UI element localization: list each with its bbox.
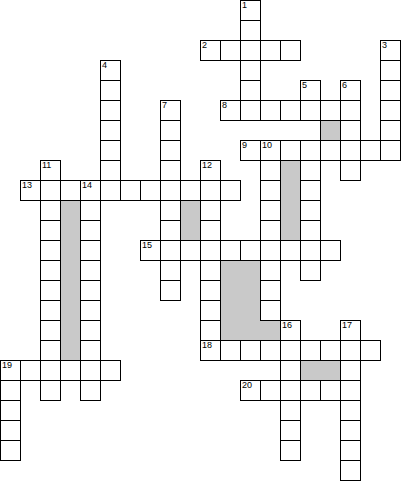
grid-cell[interactable] xyxy=(380,40,401,61)
grid-cell[interactable] xyxy=(280,100,301,121)
grid-cell[interactable] xyxy=(160,160,181,181)
grid-cell[interactable] xyxy=(120,180,141,201)
grid-cell[interactable] xyxy=(200,320,221,341)
grid-cell[interactable] xyxy=(320,140,341,161)
grid-cell[interactable] xyxy=(380,60,401,81)
grid-cell[interactable] xyxy=(300,340,321,361)
grid-cell[interactable] xyxy=(60,180,81,201)
grid-cell[interactable] xyxy=(300,240,321,261)
grid-cell[interactable] xyxy=(200,240,221,261)
grid-cell[interactable] xyxy=(240,100,261,121)
grid-cell[interactable] xyxy=(160,120,181,141)
grid-cell[interactable] xyxy=(260,280,281,301)
grid-cell[interactable] xyxy=(180,180,201,201)
grid-cell[interactable] xyxy=(160,240,181,261)
grid-cell[interactable] xyxy=(220,180,241,201)
shaded-region xyxy=(221,321,280,340)
grid-cell[interactable] xyxy=(340,400,361,421)
grid-cell[interactable] xyxy=(280,40,301,61)
grid-cell[interactable] xyxy=(0,440,21,461)
grid-cell[interactable] xyxy=(200,180,221,201)
grid-cell[interactable] xyxy=(100,80,121,101)
grid-cell[interactable] xyxy=(260,180,281,201)
grid-cell[interactable] xyxy=(80,200,101,221)
grid-cell[interactable] xyxy=(160,260,181,281)
grid-cell[interactable] xyxy=(80,380,101,401)
grid-cell[interactable] xyxy=(260,340,281,361)
grid-cell[interactable] xyxy=(300,140,321,161)
grid-cell[interactable] xyxy=(100,100,121,121)
grid-cell[interactable] xyxy=(140,180,161,201)
grid-cell[interactable] xyxy=(40,160,61,181)
grid-cell[interactable] xyxy=(300,80,321,101)
grid-cell[interactable] xyxy=(0,400,21,421)
grid-cell[interactable] xyxy=(260,260,281,281)
grid-cell[interactable] xyxy=(60,360,81,381)
grid-cell[interactable] xyxy=(200,220,221,241)
grid-cell[interactable] xyxy=(380,80,401,101)
grid-cell[interactable] xyxy=(320,100,341,121)
grid-cell[interactable] xyxy=(100,120,121,141)
grid-cell[interactable] xyxy=(220,40,241,61)
grid-cell[interactable] xyxy=(360,140,381,161)
grid-cell[interactable] xyxy=(80,260,101,281)
grid-cell[interactable] xyxy=(340,440,361,461)
crossword-board: 1234567891011121314151617181920 xyxy=(0,0,401,481)
grid-cell[interactable] xyxy=(300,160,321,181)
grid-cell[interactable] xyxy=(200,300,221,321)
grid-cell[interactable] xyxy=(240,340,261,361)
grid-cell[interactable] xyxy=(40,220,61,241)
grid-cell[interactable] xyxy=(260,220,281,241)
grid-cell[interactable] xyxy=(80,280,101,301)
grid-cell[interactable] xyxy=(220,240,241,261)
grid-cell[interactable] xyxy=(40,380,61,401)
shaded-region xyxy=(281,161,300,240)
shaded-region xyxy=(321,121,340,140)
grid-cell[interactable] xyxy=(240,80,261,101)
grid-cell[interactable] xyxy=(80,320,101,341)
grid-cell[interactable] xyxy=(160,220,181,241)
grid-cell[interactable] xyxy=(100,60,121,81)
grid-cell[interactable] xyxy=(240,380,261,401)
grid-cell[interactable] xyxy=(260,160,281,181)
grid-cell[interactable] xyxy=(340,340,361,361)
grid-cell[interactable] xyxy=(40,340,61,361)
grid-cell[interactable] xyxy=(40,280,61,301)
grid-cell[interactable] xyxy=(320,380,341,401)
grid-cell[interactable] xyxy=(160,200,181,221)
grid-cell[interactable] xyxy=(340,460,361,481)
grid-cell[interactable] xyxy=(20,180,41,201)
grid-cell[interactable] xyxy=(280,360,301,381)
grid-cell[interactable] xyxy=(80,360,101,381)
grid-cell[interactable] xyxy=(280,440,301,461)
grid-cell[interactable] xyxy=(340,420,361,441)
grid-cell[interactable] xyxy=(200,280,221,301)
grid-cell[interactable] xyxy=(160,140,181,161)
grid-cell[interactable] xyxy=(260,100,281,121)
grid-cell[interactable] xyxy=(80,240,101,261)
grid-cell[interactable] xyxy=(280,140,301,161)
grid-cell[interactable] xyxy=(80,220,101,241)
grid-cell[interactable] xyxy=(200,260,221,281)
grid-cell[interactable] xyxy=(40,180,61,201)
shaded-region xyxy=(301,361,340,380)
grid-cell[interactable] xyxy=(300,180,321,201)
grid-cell[interactable] xyxy=(260,40,281,61)
grid-cell[interactable] xyxy=(0,420,21,441)
grid-cell[interactable] xyxy=(100,160,121,181)
grid-cell[interactable] xyxy=(360,340,381,361)
grid-cell[interactable] xyxy=(40,240,61,261)
grid-cell[interactable] xyxy=(140,240,161,261)
grid-cell[interactable] xyxy=(320,240,341,261)
grid-cell[interactable] xyxy=(340,100,361,121)
grid-cell[interactable] xyxy=(240,40,261,61)
grid-cell[interactable] xyxy=(220,340,241,361)
grid-cell[interactable] xyxy=(280,320,301,341)
grid-cell[interactable] xyxy=(260,140,281,161)
grid-cell[interactable] xyxy=(40,320,61,341)
grid-cell[interactable] xyxy=(260,240,281,261)
grid-cell[interactable] xyxy=(260,380,281,401)
grid-cell[interactable] xyxy=(160,100,181,121)
grid-cell[interactable] xyxy=(20,360,41,381)
grid-cell[interactable] xyxy=(340,120,361,141)
grid-cell[interactable] xyxy=(300,220,321,241)
grid-cell[interactable] xyxy=(180,240,201,261)
grid-cell[interactable] xyxy=(80,300,101,321)
grid-cell[interactable] xyxy=(40,200,61,221)
grid-cell[interactable] xyxy=(340,80,361,101)
grid-cell[interactable] xyxy=(240,60,261,81)
grid-cell[interactable] xyxy=(220,100,241,121)
shaded-region xyxy=(61,201,80,360)
grid-cell[interactable] xyxy=(340,380,361,401)
grid-cell[interactable] xyxy=(340,140,361,161)
grid-cell[interactable] xyxy=(280,400,301,421)
grid-cell[interactable] xyxy=(260,200,281,221)
grid-cell[interactable] xyxy=(340,360,361,381)
grid-cell[interactable] xyxy=(200,40,221,61)
grid-cell[interactable] xyxy=(240,0,261,21)
grid-cell[interactable] xyxy=(40,260,61,281)
grid-cell[interactable] xyxy=(380,100,401,121)
grid-cell[interactable] xyxy=(340,160,361,181)
grid-cell[interactable] xyxy=(100,140,121,161)
grid-cell[interactable] xyxy=(240,240,261,261)
grid-cell[interactable] xyxy=(240,20,261,41)
grid-cell[interactable] xyxy=(280,420,301,441)
grid-cell[interactable] xyxy=(380,120,401,141)
grid-cell[interactable] xyxy=(280,240,301,261)
grid-cell[interactable] xyxy=(100,360,121,381)
grid-cell[interactable] xyxy=(320,340,341,361)
grid-cell[interactable] xyxy=(240,140,261,161)
grid-cell[interactable] xyxy=(380,140,401,161)
grid-cell[interactable] xyxy=(0,380,21,401)
grid-cell[interactable] xyxy=(40,300,61,321)
grid-cell[interactable] xyxy=(300,100,321,121)
grid-cell[interactable] xyxy=(300,260,321,281)
grid-cell[interactable] xyxy=(200,200,221,221)
grid-cell[interactable] xyxy=(200,160,221,181)
grid-cell[interactable] xyxy=(100,180,121,201)
grid-cell[interactable] xyxy=(280,380,301,401)
grid-cell[interactable] xyxy=(260,300,281,321)
grid-cell[interactable] xyxy=(40,360,61,381)
grid-cell[interactable] xyxy=(340,320,361,341)
grid-cell[interactable] xyxy=(80,340,101,361)
grid-cell[interactable] xyxy=(160,180,181,201)
grid-cell[interactable] xyxy=(0,360,21,381)
grid-cell[interactable] xyxy=(200,340,221,361)
grid-cell[interactable] xyxy=(280,340,301,361)
grid-cell[interactable] xyxy=(80,180,101,201)
grid-cell[interactable] xyxy=(160,280,181,301)
shaded-region xyxy=(181,201,200,240)
grid-cell[interactable] xyxy=(300,380,321,401)
grid-cell[interactable] xyxy=(300,200,321,221)
